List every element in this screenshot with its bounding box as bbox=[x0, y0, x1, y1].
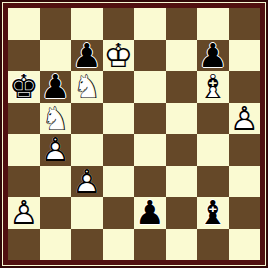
square-e4[interactable] bbox=[134, 134, 166, 166]
square-e7[interactable] bbox=[134, 40, 166, 72]
square-d8[interactable] bbox=[103, 8, 135, 40]
square-h5[interactable]: ♟♙ bbox=[229, 103, 261, 135]
square-g2[interactable]: ♝ bbox=[197, 197, 229, 229]
square-b1[interactable] bbox=[40, 229, 72, 261]
square-d2[interactable] bbox=[103, 197, 135, 229]
square-d6[interactable] bbox=[103, 71, 135, 103]
square-a8[interactable] bbox=[8, 8, 40, 40]
white-knight-outline-glyph: ♘ bbox=[36, 99, 76, 139]
piece-black-pawn[interactable]: ♟ bbox=[40, 71, 72, 103]
square-h1[interactable] bbox=[229, 229, 261, 261]
board-frame-line: ♟♚♔♟♚♟♞♘♝♗♞♘♟♙♟♙♟♙♟♙♟♝ bbox=[2, 2, 266, 266]
white-bishop-outline-glyph: ♗ bbox=[193, 67, 233, 107]
square-f6[interactable] bbox=[166, 71, 198, 103]
piece-black-pawn[interactable]: ♟ bbox=[197, 40, 229, 72]
square-b3[interactable] bbox=[40, 166, 72, 198]
square-e3[interactable] bbox=[134, 166, 166, 198]
board-frame-inner: ♟♚♔♟♚♟♞♘♝♗♞♘♟♙♟♙♟♙♟♙♟♝ bbox=[3, 3, 265, 265]
square-h8[interactable] bbox=[229, 8, 261, 40]
piece-black-bishop[interactable]: ♝ bbox=[197, 197, 229, 229]
square-c8[interactable] bbox=[71, 8, 103, 40]
square-a1[interactable] bbox=[8, 229, 40, 261]
square-f1[interactable] bbox=[166, 229, 198, 261]
white-knight-outline-glyph: ♘ bbox=[67, 67, 107, 107]
square-a6[interactable]: ♚ bbox=[8, 71, 40, 103]
white-knight-fill-glyph: ♞ bbox=[67, 67, 107, 107]
white-pawn-fill-glyph: ♟ bbox=[36, 130, 76, 170]
square-d1[interactable] bbox=[103, 229, 135, 261]
square-c7[interactable]: ♟ bbox=[71, 40, 103, 72]
square-f3[interactable] bbox=[166, 166, 198, 198]
square-e1[interactable] bbox=[134, 229, 166, 261]
square-h4[interactable] bbox=[229, 134, 261, 166]
piece-white-knight[interactable]: ♞♘ bbox=[40, 103, 72, 135]
square-d7[interactable]: ♚♔ bbox=[103, 40, 135, 72]
black-pawn-glyph: ♟ bbox=[67, 36, 107, 76]
square-f7[interactable] bbox=[166, 40, 198, 72]
square-g1[interactable] bbox=[197, 229, 229, 261]
square-g5[interactable] bbox=[197, 103, 229, 135]
black-pawn-glyph: ♟ bbox=[36, 67, 76, 107]
white-pawn-fill-glyph: ♟ bbox=[4, 193, 44, 233]
black-king-glyph: ♚ bbox=[4, 67, 44, 107]
square-d4[interactable] bbox=[103, 134, 135, 166]
square-h2[interactable] bbox=[229, 197, 261, 229]
piece-white-pawn[interactable]: ♟♙ bbox=[40, 134, 72, 166]
square-e2[interactable]: ♟ bbox=[134, 197, 166, 229]
board-frame-outer: ♟♚♔♟♚♟♞♘♝♗♞♘♟♙♟♙♟♙♟♙♟♝ bbox=[0, 0, 268, 268]
square-f2[interactable] bbox=[166, 197, 198, 229]
square-c2[interactable] bbox=[71, 197, 103, 229]
square-a5[interactable] bbox=[8, 103, 40, 135]
square-g3[interactable] bbox=[197, 166, 229, 198]
white-king-outline-glyph: ♔ bbox=[99, 36, 139, 76]
square-b7[interactable] bbox=[40, 40, 72, 72]
white-pawn-outline-glyph: ♙ bbox=[225, 99, 265, 139]
square-g4[interactable] bbox=[197, 134, 229, 166]
white-pawn-fill-glyph: ♟ bbox=[225, 99, 265, 139]
black-pawn-glyph: ♟ bbox=[130, 193, 170, 233]
square-g7[interactable]: ♟ bbox=[197, 40, 229, 72]
square-b2[interactable] bbox=[40, 197, 72, 229]
black-pawn-glyph: ♟ bbox=[193, 36, 233, 76]
square-a7[interactable] bbox=[8, 40, 40, 72]
piece-white-pawn[interactable]: ♟♙ bbox=[229, 103, 261, 135]
square-d5[interactable] bbox=[103, 103, 135, 135]
square-d3[interactable] bbox=[103, 166, 135, 198]
white-king-fill-glyph: ♚ bbox=[99, 36, 139, 76]
square-c5[interactable] bbox=[71, 103, 103, 135]
square-a2[interactable]: ♟♙ bbox=[8, 197, 40, 229]
piece-black-pawn[interactable]: ♟ bbox=[134, 197, 166, 229]
piece-black-king[interactable]: ♚ bbox=[8, 71, 40, 103]
square-h7[interactable] bbox=[229, 40, 261, 72]
square-b8[interactable] bbox=[40, 8, 72, 40]
white-pawn-outline-glyph: ♙ bbox=[36, 130, 76, 170]
black-bishop-glyph: ♝ bbox=[193, 193, 233, 233]
square-e6[interactable] bbox=[134, 71, 166, 103]
piece-white-pawn[interactable]: ♟♙ bbox=[71, 166, 103, 198]
piece-white-knight[interactable]: ♞♘ bbox=[71, 71, 103, 103]
square-f5[interactable] bbox=[166, 103, 198, 135]
square-e5[interactable] bbox=[134, 103, 166, 135]
square-h6[interactable] bbox=[229, 71, 261, 103]
chess-board: ♟♚♔♟♚♟♞♘♝♗♞♘♟♙♟♙♟♙♟♙♟♝ bbox=[8, 8, 260, 260]
square-a3[interactable] bbox=[8, 166, 40, 198]
white-pawn-outline-glyph: ♙ bbox=[4, 193, 44, 233]
white-pawn-fill-glyph: ♟ bbox=[67, 162, 107, 202]
square-b4[interactable]: ♟♙ bbox=[40, 134, 72, 166]
white-knight-fill-glyph: ♞ bbox=[36, 99, 76, 139]
square-c3[interactable]: ♟♙ bbox=[71, 166, 103, 198]
piece-white-king[interactable]: ♚♔ bbox=[103, 40, 135, 72]
square-f8[interactable] bbox=[166, 8, 198, 40]
square-a4[interactable] bbox=[8, 134, 40, 166]
white-pawn-outline-glyph: ♙ bbox=[67, 162, 107, 202]
piece-white-bishop[interactable]: ♝♗ bbox=[197, 71, 229, 103]
square-c4[interactable] bbox=[71, 134, 103, 166]
square-g6[interactable]: ♝♗ bbox=[197, 71, 229, 103]
square-b6[interactable]: ♟ bbox=[40, 71, 72, 103]
square-h3[interactable] bbox=[229, 166, 261, 198]
white-bishop-fill-glyph: ♝ bbox=[193, 67, 233, 107]
square-c6[interactable]: ♞♘ bbox=[71, 71, 103, 103]
piece-black-pawn[interactable]: ♟ bbox=[71, 40, 103, 72]
square-c1[interactable] bbox=[71, 229, 103, 261]
square-e8[interactable] bbox=[134, 8, 166, 40]
square-b5[interactable]: ♞♘ bbox=[40, 103, 72, 135]
square-g8[interactable] bbox=[197, 8, 229, 40]
square-f4[interactable] bbox=[166, 134, 198, 166]
piece-white-pawn[interactable]: ♟♙ bbox=[8, 197, 40, 229]
